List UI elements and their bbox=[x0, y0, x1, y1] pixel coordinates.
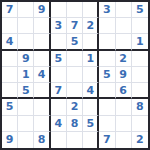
cell-r2c7[interactable] bbox=[99, 18, 115, 34]
cell-r3c6[interactable] bbox=[83, 34, 99, 50]
cell-r9c1[interactable]: 9 bbox=[2, 132, 18, 148]
cell-r2c6[interactable]: 2 bbox=[83, 18, 99, 34]
cell-r8c7[interactable] bbox=[99, 116, 115, 132]
cell-r5c1[interactable] bbox=[2, 67, 18, 83]
cell-r7c4[interactable] bbox=[51, 99, 67, 115]
cell-r4c7[interactable] bbox=[99, 51, 115, 67]
cell-r4c9[interactable] bbox=[132, 51, 148, 67]
cell-r3c3[interactable] bbox=[34, 34, 50, 50]
cell-r9c2[interactable] bbox=[18, 132, 34, 148]
sudoku-board: 79353724519512145957465284859872 bbox=[0, 0, 150, 150]
cell-r7c9[interactable]: 8 bbox=[132, 99, 148, 115]
cell-r2c5[interactable]: 7 bbox=[67, 18, 83, 34]
cell-r5c3[interactable]: 4 bbox=[34, 67, 50, 83]
cell-r4c3[interactable] bbox=[34, 51, 50, 67]
cell-r6c4[interactable]: 7 bbox=[51, 83, 67, 99]
cell-r8c1[interactable] bbox=[2, 116, 18, 132]
cell-r1c1[interactable]: 7 bbox=[2, 2, 18, 18]
cell-r7c6[interactable] bbox=[83, 99, 99, 115]
cell-r6c9[interactable] bbox=[132, 83, 148, 99]
cell-r9c4[interactable] bbox=[51, 132, 67, 148]
cell-r6c6[interactable]: 4 bbox=[83, 83, 99, 99]
cell-r2c1[interactable] bbox=[2, 18, 18, 34]
cell-r6c7[interactable] bbox=[99, 83, 115, 99]
cell-r9c3[interactable]: 8 bbox=[34, 132, 50, 148]
cell-r1c9[interactable]: 5 bbox=[132, 2, 148, 18]
cell-r2c9[interactable] bbox=[132, 18, 148, 34]
cell-r4c4[interactable]: 5 bbox=[51, 51, 67, 67]
cell-r3c2[interactable] bbox=[18, 34, 34, 50]
cell-r7c5[interactable]: 2 bbox=[67, 99, 83, 115]
cell-r4c5[interactable] bbox=[67, 51, 83, 67]
cell-r6c8[interactable]: 6 bbox=[116, 83, 132, 99]
cell-r8c4[interactable]: 4 bbox=[51, 116, 67, 132]
cell-r5c6[interactable] bbox=[83, 67, 99, 83]
cell-r4c8[interactable]: 2 bbox=[116, 51, 132, 67]
sudoku-puzzle: 79353724519512145957465284859872 bbox=[0, 0, 150, 150]
cell-r1c4[interactable] bbox=[51, 2, 67, 18]
cell-r3c9[interactable]: 1 bbox=[132, 34, 148, 50]
cell-r9c7[interactable]: 7 bbox=[99, 132, 115, 148]
cell-r1c7[interactable]: 3 bbox=[99, 2, 115, 18]
cell-r1c8[interactable] bbox=[116, 2, 132, 18]
cell-r3c5[interactable]: 5 bbox=[67, 34, 83, 50]
cell-r6c2[interactable]: 5 bbox=[18, 83, 34, 99]
cell-r9c6[interactable] bbox=[83, 132, 99, 148]
cell-r2c4[interactable]: 3 bbox=[51, 18, 67, 34]
cell-r8c5[interactable]: 8 bbox=[67, 116, 83, 132]
cell-r5c4[interactable] bbox=[51, 67, 67, 83]
cell-r8c8[interactable] bbox=[116, 116, 132, 132]
cell-r6c5[interactable] bbox=[67, 83, 83, 99]
cell-r7c7[interactable] bbox=[99, 99, 115, 115]
cell-r6c1[interactable] bbox=[2, 83, 18, 99]
cell-r3c8[interactable] bbox=[116, 34, 132, 50]
cell-r7c1[interactable]: 5 bbox=[2, 99, 18, 115]
cell-r3c4[interactable] bbox=[51, 34, 67, 50]
cell-r4c2[interactable]: 9 bbox=[18, 51, 34, 67]
cell-r8c9[interactable] bbox=[132, 116, 148, 132]
cell-r5c9[interactable] bbox=[132, 67, 148, 83]
cell-r6c3[interactable] bbox=[34, 83, 50, 99]
cell-r5c7[interactable]: 5 bbox=[99, 67, 115, 83]
cell-r9c5[interactable] bbox=[67, 132, 83, 148]
cell-r1c6[interactable] bbox=[83, 2, 99, 18]
cell-r9c8[interactable] bbox=[116, 132, 132, 148]
cell-r8c6[interactable]: 5 bbox=[83, 116, 99, 132]
cell-r3c1[interactable]: 4 bbox=[2, 34, 18, 50]
cell-r1c5[interactable] bbox=[67, 2, 83, 18]
cell-r8c3[interactable] bbox=[34, 116, 50, 132]
cell-r3c7[interactable] bbox=[99, 34, 115, 50]
cell-r5c5[interactable] bbox=[67, 67, 83, 83]
cell-r8c2[interactable] bbox=[18, 116, 34, 132]
cell-r2c8[interactable] bbox=[116, 18, 132, 34]
cell-r1c3[interactable]: 9 bbox=[34, 2, 50, 18]
cell-r7c3[interactable] bbox=[34, 99, 50, 115]
cell-r7c8[interactable] bbox=[116, 99, 132, 115]
cell-r9c9[interactable]: 2 bbox=[132, 132, 148, 148]
cell-r5c8[interactable]: 9 bbox=[116, 67, 132, 83]
cell-r5c2[interactable]: 1 bbox=[18, 67, 34, 83]
cell-r2c2[interactable] bbox=[18, 18, 34, 34]
cell-r2c3[interactable] bbox=[34, 18, 50, 34]
cell-r1c2[interactable] bbox=[18, 2, 34, 18]
cell-r7c2[interactable] bbox=[18, 99, 34, 115]
cell-r4c1[interactable] bbox=[2, 51, 18, 67]
cell-r4c6[interactable]: 1 bbox=[83, 51, 99, 67]
